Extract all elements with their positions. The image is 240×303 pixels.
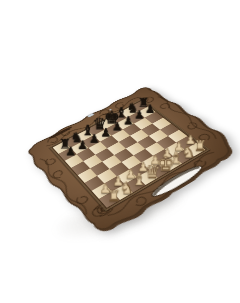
piece-black-pawn: ♟ bbox=[88, 133, 102, 145]
product-photo-chess-set: ♜♞♝♛♚♝♞♜♟♟♟♟♟♟♟♟♟♟♟♟♟♟♟♟♜♞♝♛♚♝♞♜ bbox=[0, 0, 240, 303]
piece-black-pawn: ♟ bbox=[64, 146, 78, 158]
piece-white-rook: ♜ bbox=[106, 189, 122, 204]
piece-black-pawn: ♟ bbox=[76, 139, 90, 151]
